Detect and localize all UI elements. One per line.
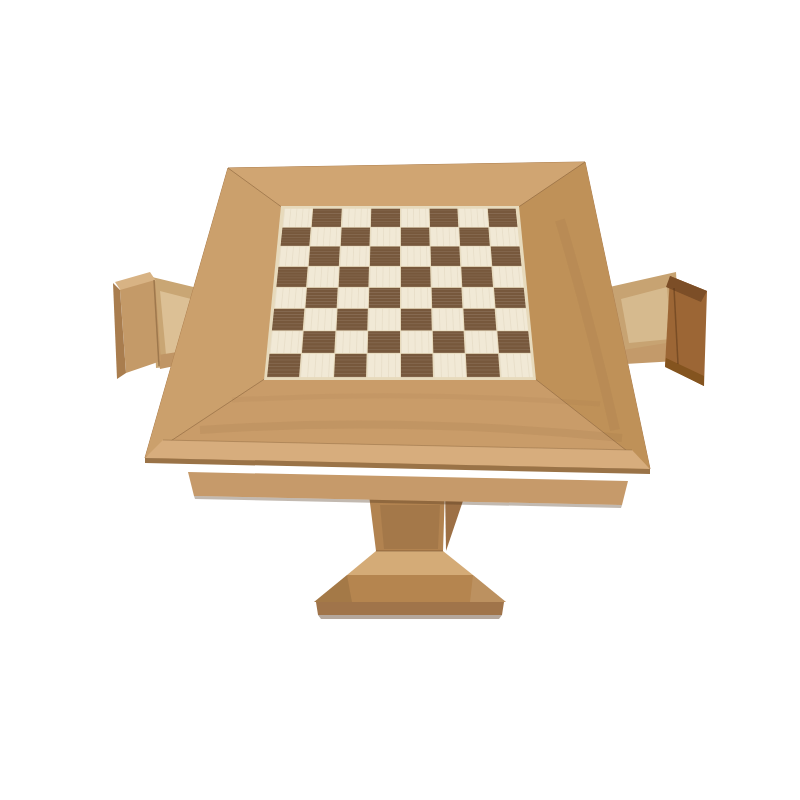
board-square — [334, 354, 367, 377]
board-square — [267, 354, 301, 377]
board-square — [306, 287, 338, 308]
board-square — [432, 287, 463, 308]
board-square — [276, 267, 308, 287]
pedestal — [314, 487, 506, 619]
board-square — [465, 331, 498, 353]
board-square — [370, 227, 399, 246]
pedestal-plinth — [316, 602, 504, 615]
board-square — [463, 287, 495, 308]
board-square — [458, 209, 488, 227]
board-square — [461, 267, 492, 287]
board-square — [309, 247, 340, 266]
board-square — [369, 287, 400, 308]
board-square — [371, 209, 400, 227]
board-square — [400, 267, 430, 287]
board-square — [466, 354, 500, 377]
board-square — [341, 227, 371, 246]
board-square — [400, 287, 431, 308]
board-square — [464, 309, 496, 330]
board-square — [335, 331, 367, 353]
board-square — [460, 247, 491, 266]
board-square — [431, 267, 462, 287]
board-square — [283, 209, 313, 227]
board-square — [489, 227, 520, 246]
pedestal-base-right-light — [470, 575, 506, 602]
pedestal-column-recess — [380, 505, 440, 549]
board-square — [281, 227, 312, 246]
board-square — [433, 331, 465, 353]
board-square — [492, 267, 524, 287]
board-square — [400, 354, 432, 377]
board-square — [459, 227, 489, 246]
board-square — [312, 209, 342, 227]
board-square — [494, 287, 526, 308]
board-square — [430, 227, 460, 246]
board-square — [400, 247, 430, 266]
board-square — [370, 247, 400, 266]
board-square — [304, 309, 336, 330]
product-photo[interactable] — [0, 0, 800, 800]
board-square — [497, 331, 530, 353]
pedestal-base-left-shade — [314, 575, 352, 602]
board-square — [307, 267, 338, 287]
board-square — [367, 354, 399, 377]
board-square — [274, 287, 306, 308]
board-square — [499, 354, 533, 377]
board-square — [272, 309, 305, 330]
board-square — [490, 247, 521, 266]
chessboard[interactable] — [266, 208, 534, 378]
board-square — [400, 331, 432, 353]
board-square — [400, 227, 429, 246]
board-square — [339, 247, 369, 266]
apron — [188, 472, 628, 508]
board-square — [400, 209, 429, 227]
board-square — [430, 247, 460, 266]
board-square — [495, 309, 528, 330]
board-square — [487, 209, 517, 227]
board-square — [336, 309, 368, 330]
board-square — [300, 354, 334, 377]
table-illustration — [0, 0, 800, 800]
board-square — [279, 247, 310, 266]
board-grid — [266, 208, 534, 378]
board-square — [337, 287, 368, 308]
board-square — [270, 331, 303, 353]
board-square — [369, 267, 399, 287]
board-square — [433, 354, 466, 377]
board-square — [429, 209, 458, 227]
board-square — [311, 227, 341, 246]
board-square — [302, 331, 335, 353]
pedestal-collar — [347, 551, 473, 575]
board-square — [368, 309, 399, 330]
board-square — [338, 267, 369, 287]
board-square — [368, 331, 400, 353]
board-square — [400, 309, 431, 330]
board-square — [341, 209, 370, 227]
board-square — [432, 309, 464, 330]
pedestal-ground-shadow — [318, 615, 502, 619]
